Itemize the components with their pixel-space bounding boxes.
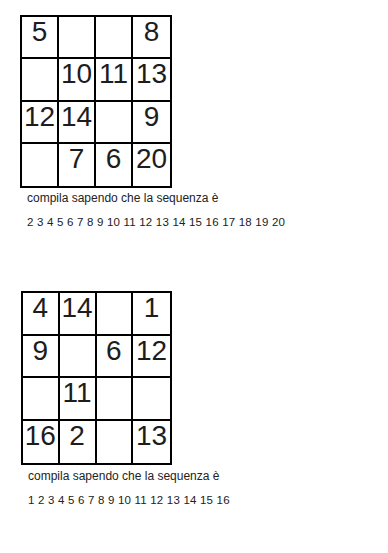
p2-cell-r2c2 <box>60 336 97 379</box>
p1-cell-r2c3: 11 <box>96 59 133 101</box>
p1-cell-r4c4: 20 <box>133 144 170 186</box>
puzzle-grid-1: 5 8 10 11 13 12 14 9 7 6 20 <box>20 15 172 188</box>
p2-cell-r2c4: 12 <box>133 336 170 379</box>
p2-cell-r4c2: 2 <box>60 421 97 464</box>
puzzle-1-instruction: compila sapendo che la sequenza è <box>27 191 218 206</box>
p1-cell-r4c2: 7 <box>59 144 96 186</box>
p2-cell-r3c4 <box>133 378 170 421</box>
p2-cell-r1c4: 1 <box>133 293 170 336</box>
p1-cell-r3c2: 14 <box>59 102 96 144</box>
p2-cell-r3c2: 11 <box>60 378 97 421</box>
p2-cell-r1c1: 4 <box>23 293 60 336</box>
p1-cell-r3c4: 9 <box>133 102 170 144</box>
p2-cell-r3c1 <box>23 378 60 421</box>
p1-cell-r1c2 <box>59 17 96 59</box>
p1-cell-r1c1: 5 <box>22 17 59 59</box>
p1-cell-r4c3: 6 <box>96 144 133 186</box>
p1-cell-r4c1 <box>22 144 59 186</box>
p2-cell-r1c2: 14 <box>60 293 97 336</box>
p2-cell-r3c3 <box>97 378 134 421</box>
p1-cell-r2c1 <box>22 59 59 101</box>
p2-cell-r1c3 <box>97 293 134 336</box>
p1-cell-r3c3 <box>96 102 133 144</box>
p2-cell-r4c3 <box>97 421 134 464</box>
p2-cell-r4c4: 13 <box>133 421 170 464</box>
puzzle-2-sequence: 1 2 3 4 5 6 7 8 9 10 11 12 13 14 15 16 <box>28 493 230 507</box>
p2-cell-r2c3: 6 <box>97 336 134 379</box>
p1-cell-r2c4: 13 <box>133 59 170 101</box>
worksheet-page: 5 8 10 11 13 12 14 9 7 6 20 compila sape… <box>0 0 388 553</box>
p1-cell-r3c1: 12 <box>22 102 59 144</box>
puzzle-grid-2: 4 14 1 9 6 12 11 16 2 13 <box>21 291 172 465</box>
p1-cell-r2c2: 10 <box>59 59 96 101</box>
p1-cell-r1c4: 8 <box>133 17 170 59</box>
p2-cell-r2c1: 9 <box>23 336 60 379</box>
p2-cell-r4c1: 16 <box>23 421 60 464</box>
puzzle-1-sequence: 2 3 4 5 6 7 8 9 10 11 12 13 14 15 16 17 … <box>27 215 285 229</box>
p1-cell-r1c3 <box>96 17 133 59</box>
puzzle-2-instruction: compila sapendo che la sequenza è <box>28 469 219 484</box>
